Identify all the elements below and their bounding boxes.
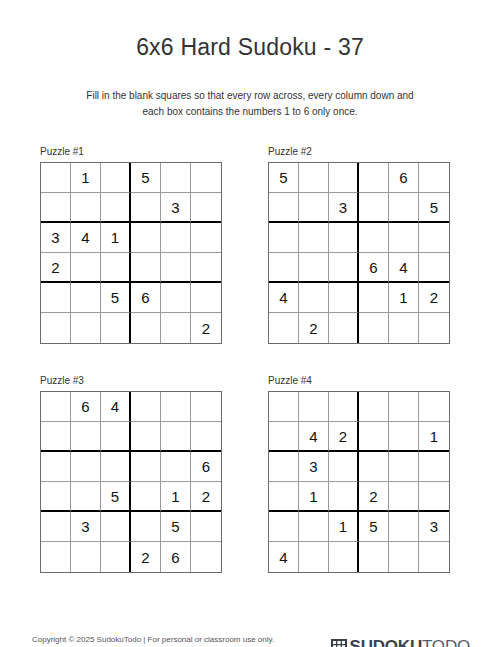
sudoku-cell-r6c6 xyxy=(419,542,449,572)
sudoku-cell-r5c4: 6 xyxy=(131,283,161,313)
sudoku-cell-r3c1 xyxy=(41,452,71,482)
sudoku-cell-r4c4 xyxy=(131,482,161,512)
page-title: 6x6 Hard Sudoku - 37 xyxy=(0,34,500,61)
sudoku-cell-r5c1 xyxy=(41,283,71,313)
sudoku-cell-r2c1 xyxy=(269,193,299,223)
puzzle-3: Puzzle #3 6465123526 xyxy=(40,375,222,573)
sudoku-cell-r3c3 xyxy=(329,223,359,253)
puzzle-3-label: Puzzle #3 xyxy=(40,375,222,386)
sudoku-cell-r1c4 xyxy=(359,163,389,193)
sudoku-cell-r5c4 xyxy=(131,512,161,542)
sudoku-cell-r1c5 xyxy=(161,392,191,422)
sudoku-cell-r6c3 xyxy=(329,542,359,572)
sudoku-cell-r5c5: 5 xyxy=(161,512,191,542)
sudoku-cell-r3c3: 1 xyxy=(101,223,131,253)
sudoku-cell-r3c5 xyxy=(389,223,419,253)
puzzle-1: Puzzle #1 1533412562 xyxy=(40,146,222,344)
sudoku-cell-r4c3 xyxy=(329,253,359,283)
sudoku-cell-r3c4 xyxy=(359,223,389,253)
puzzles-row-bottom: Puzzle #3 6465123526 Puzzle #4 421312153… xyxy=(0,375,500,573)
sudoku-cell-r1c2 xyxy=(299,392,329,422)
sudoku-cell-r3c5 xyxy=(161,452,191,482)
sudoku-cell-r2c1 xyxy=(41,193,71,223)
sudoku-cell-r4c3 xyxy=(101,253,131,283)
sudoku-cell-r2c6 xyxy=(191,193,221,223)
puzzle-1-board: 1533412562 xyxy=(40,162,222,344)
sudoku-cell-r3c6: 6 xyxy=(191,452,221,482)
sudoku-cell-r3c4 xyxy=(359,452,389,482)
puzzle-1-label: Puzzle #1 xyxy=(40,146,222,157)
sudoku-cell-r3c6 xyxy=(419,223,449,253)
sudoku-cell-r3c1 xyxy=(269,223,299,253)
sudoku-cell-r5c2 xyxy=(299,512,329,542)
sudoku-cell-r4c1 xyxy=(269,253,299,283)
sudoku-cell-r5c5 xyxy=(161,283,191,313)
sudoku-cell-r4c1: 2 xyxy=(41,253,71,283)
sudoku-grid-icon xyxy=(331,639,347,647)
sudoku-cell-r6c5 xyxy=(389,313,419,343)
sudoku-cell-r1c2 xyxy=(299,163,329,193)
sudoku-cell-r6c2 xyxy=(71,313,101,343)
sudoku-cell-r6c1 xyxy=(41,542,71,572)
sudoku-cell-r5c2: 3 xyxy=(71,512,101,542)
puzzle-4: Puzzle #4 4213121534 xyxy=(268,375,450,573)
sudoku-cell-r6c2 xyxy=(71,542,101,572)
sudoku-cell-r1c1: 5 xyxy=(269,163,299,193)
sudoku-cell-r1c3 xyxy=(329,163,359,193)
sudoku-cell-r3c2 xyxy=(299,223,329,253)
sudoku-cell-r1c1 xyxy=(269,392,299,422)
sudoku-cell-r3c3 xyxy=(329,452,359,482)
sudoku-cell-r2c1 xyxy=(269,422,299,452)
sudoku-cell-r6c6: 2 xyxy=(191,313,221,343)
sudoku-cell-r5c5 xyxy=(389,512,419,542)
sudoku-cell-r5c1: 4 xyxy=(269,283,299,313)
sudoku-cell-r6c5 xyxy=(389,542,419,572)
sudoku-cell-r1c4 xyxy=(131,392,161,422)
sudoku-cell-r5c2 xyxy=(71,283,101,313)
sudoku-cell-r5c4 xyxy=(359,283,389,313)
sudoku-cell-r2c4 xyxy=(359,193,389,223)
sudoku-cell-r6c3 xyxy=(101,313,131,343)
instructions: Fill in the blank squares so that every … xyxy=(0,88,500,119)
sudoku-cell-r1c3: 4 xyxy=(101,392,131,422)
sudoku-cell-r3c3 xyxy=(101,452,131,482)
sudoku-cell-r4c6 xyxy=(419,482,449,512)
sudoku-cell-r2c4 xyxy=(359,422,389,452)
sudoku-cell-r3c2 xyxy=(71,452,101,482)
sudoku-cell-r5c3 xyxy=(101,512,131,542)
sudoku-cell-r6c4 xyxy=(359,542,389,572)
sudoku-cell-r4c5: 1 xyxy=(161,482,191,512)
sudoku-cell-r2c5: 3 xyxy=(161,193,191,223)
sudoku-cell-r2c5 xyxy=(161,422,191,452)
sudoku-cell-r4c6 xyxy=(191,253,221,283)
sudoku-cell-r1c5: 6 xyxy=(389,163,419,193)
sudoku-cell-r6c4: 2 xyxy=(131,542,161,572)
sudoku-cell-r6c6 xyxy=(191,542,221,572)
sudoku-cell-r5c3: 5 xyxy=(101,283,131,313)
sudoku-cell-r6c5: 6 xyxy=(161,542,191,572)
sudoku-cell-r3c4 xyxy=(131,452,161,482)
sudoku-cell-r4c4: 6 xyxy=(359,253,389,283)
sudoku-cell-r1c2: 1 xyxy=(71,163,101,193)
sudoku-cell-r6c2 xyxy=(299,542,329,572)
sudoku-cell-r4c2 xyxy=(71,253,101,283)
sudoku-cell-r3c5 xyxy=(161,223,191,253)
sudoku-cell-r1c6 xyxy=(419,163,449,193)
sudoku-cell-r4c5 xyxy=(161,253,191,283)
sudoku-cell-r1c6 xyxy=(191,163,221,193)
logo-text-sudoku: SUDOKU xyxy=(350,637,422,647)
sudoku-cell-r6c1 xyxy=(41,313,71,343)
sudoku-cell-r3c2: 3 xyxy=(299,452,329,482)
instructions-line-1: Fill in the blank squares so that every … xyxy=(86,90,413,101)
sudoku-cell-r1c2: 6 xyxy=(71,392,101,422)
sudoku-cell-r2c4 xyxy=(131,422,161,452)
sudoku-cell-r1c4: 5 xyxy=(131,163,161,193)
sudoku-cell-r3c6 xyxy=(191,223,221,253)
puzzle-2-board: 5635644122 xyxy=(268,162,450,344)
sudoku-cell-r2c3: 3 xyxy=(329,193,359,223)
sudoku-cell-r1c1 xyxy=(41,163,71,193)
puzzle-4-board: 4213121534 xyxy=(268,391,450,573)
sudoku-cell-r1c6 xyxy=(191,392,221,422)
sudoku-cell-r4c5: 4 xyxy=(389,253,419,283)
sudokutodo-logo: SUDOKUTODO xyxy=(331,637,471,647)
sudoku-cell-r5c2 xyxy=(299,283,329,313)
sudoku-cell-r2c1 xyxy=(41,422,71,452)
sudoku-cell-r3c5 xyxy=(389,452,419,482)
sudoku-cell-r2c4 xyxy=(131,193,161,223)
sudoku-cell-r3c2: 4 xyxy=(71,223,101,253)
sudoku-sheet: 6x6 Hard Sudoku - 37 Fill in the blank s… xyxy=(0,34,500,647)
sudoku-cell-r4c4 xyxy=(131,253,161,283)
sudoku-cell-r5c6: 2 xyxy=(419,283,449,313)
sudoku-cell-r6c3 xyxy=(101,542,131,572)
sudoku-cell-r5c6 xyxy=(191,283,221,313)
sudoku-cell-r3c6 xyxy=(419,452,449,482)
sudoku-cell-r4c4: 2 xyxy=(359,482,389,512)
sudoku-cell-r5c6 xyxy=(191,512,221,542)
sudoku-cell-r6c6 xyxy=(419,313,449,343)
puzzle-4-label: Puzzle #4 xyxy=(268,375,450,386)
instructions-line-2: each box contains the numbers 1 to 6 onl… xyxy=(142,106,357,117)
sudoku-cell-r1c1 xyxy=(41,392,71,422)
sudoku-cell-r5c5: 1 xyxy=(389,283,419,313)
sudoku-cell-r1c3 xyxy=(101,163,131,193)
sudoku-cell-r4c2 xyxy=(299,253,329,283)
sudoku-cell-r2c3 xyxy=(101,193,131,223)
sudoku-cell-r3c1: 3 xyxy=(41,223,71,253)
sudoku-cell-r2c2 xyxy=(71,422,101,452)
sudoku-cell-r4c2 xyxy=(71,482,101,512)
copyright-text: Copyright © 2025 SudokuTodo | For person… xyxy=(32,634,287,647)
sudoku-cell-r2c2 xyxy=(71,193,101,223)
sudoku-cell-r6c4 xyxy=(359,313,389,343)
sudoku-cell-r4c5 xyxy=(389,482,419,512)
logo-text-todo: TODO xyxy=(422,637,470,647)
sudoku-cell-r5c6: 3 xyxy=(419,512,449,542)
sudoku-cell-r2c3: 2 xyxy=(329,422,359,452)
sudoku-cell-r6c4 xyxy=(131,313,161,343)
sudoku-cell-r6c5 xyxy=(161,313,191,343)
sudoku-cell-r2c2: 4 xyxy=(299,422,329,452)
puzzle-2-label: Puzzle #2 xyxy=(268,146,450,157)
sudoku-cell-r2c3 xyxy=(101,422,131,452)
sudoku-cell-r4c1 xyxy=(269,482,299,512)
sudoku-cell-r4c3 xyxy=(329,482,359,512)
sudoku-cell-r3c1 xyxy=(269,452,299,482)
sudoku-cell-r1c5 xyxy=(161,163,191,193)
page-footer: Copyright © 2025 SudokuTodo | For person… xyxy=(0,634,500,647)
puzzle-2: Puzzle #2 5635644122 xyxy=(268,146,450,344)
sudoku-cell-r6c1 xyxy=(269,313,299,343)
sudoku-cell-r2c5 xyxy=(389,422,419,452)
sudoku-cell-r2c5 xyxy=(389,193,419,223)
logo-text: SUDOKUTODO xyxy=(350,637,471,647)
sudoku-cell-r4c6: 2 xyxy=(191,482,221,512)
sudoku-cell-r5c1 xyxy=(41,512,71,542)
sudoku-cell-r4c1 xyxy=(41,482,71,512)
sudoku-cell-r1c6 xyxy=(419,392,449,422)
sudoku-cell-r3c4 xyxy=(131,223,161,253)
puzzles-row-top: Puzzle #1 1533412562 Puzzle #2 563564412… xyxy=(0,146,500,344)
sudoku-cell-r6c2: 2 xyxy=(299,313,329,343)
sudoku-cell-r5c4: 5 xyxy=(359,512,389,542)
copyright-line-1: Copyright © 2025 SudokuTodo | For person… xyxy=(32,634,287,647)
puzzle-3-board: 6465123526 xyxy=(40,391,222,573)
sudoku-cell-r4c6 xyxy=(419,253,449,283)
sudoku-cell-r4c3: 5 xyxy=(101,482,131,512)
sudoku-cell-r2c2 xyxy=(299,193,329,223)
sudoku-cell-r1c5 xyxy=(389,392,419,422)
sudoku-cell-r2c6 xyxy=(191,422,221,452)
sudoku-cell-r6c1: 4 xyxy=(269,542,299,572)
sudoku-cell-r5c3 xyxy=(329,283,359,313)
sudoku-cell-r4c2: 1 xyxy=(299,482,329,512)
sudoku-cell-r2c6: 1 xyxy=(419,422,449,452)
sudoku-cell-r6c3 xyxy=(329,313,359,343)
sudoku-cell-r1c3 xyxy=(329,392,359,422)
sudoku-cell-r5c3: 1 xyxy=(329,512,359,542)
sudoku-cell-r5c1 xyxy=(269,512,299,542)
sudoku-cell-r1c4 xyxy=(359,392,389,422)
sudoku-cell-r2c6: 5 xyxy=(419,193,449,223)
